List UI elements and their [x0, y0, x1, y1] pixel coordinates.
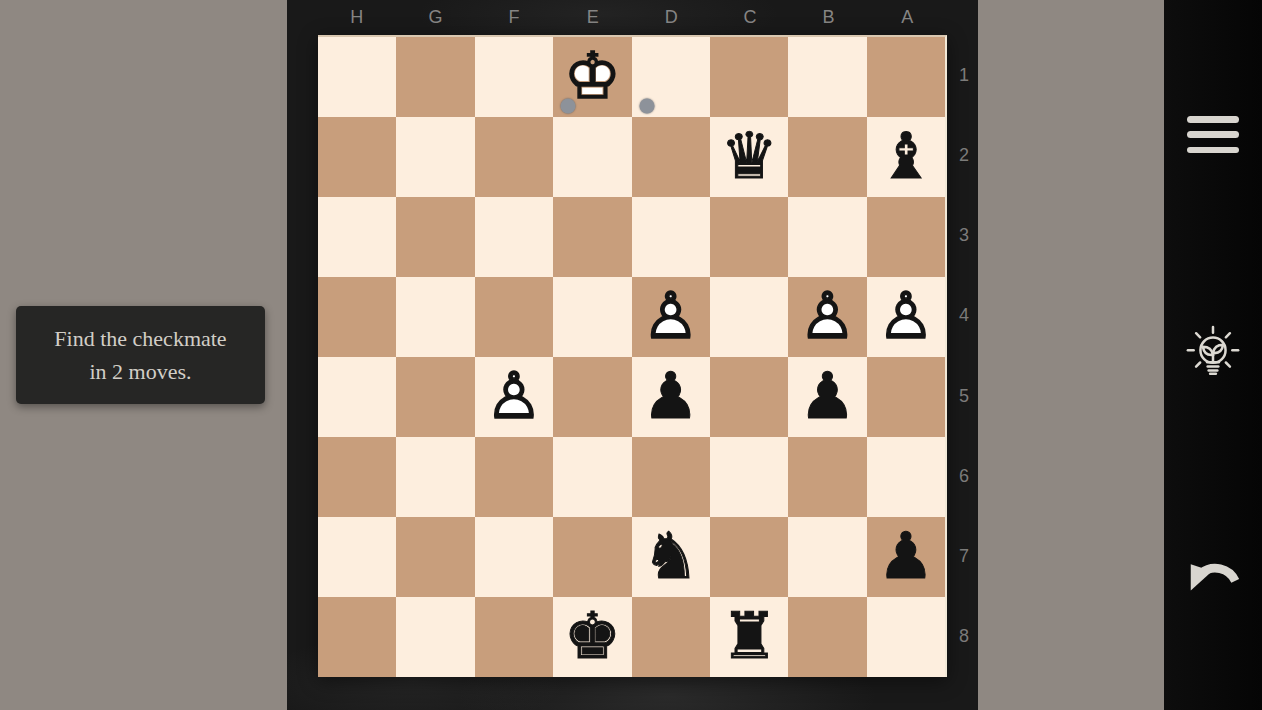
white-pawn-d4[interactable]: ♟♙ [632, 277, 710, 357]
square-f2[interactable] [475, 117, 553, 197]
white-pawn-a4[interactable]: ♟♙ [867, 277, 945, 357]
puzzle-instruction-line1: Find the checkmate [54, 322, 226, 355]
square-g5[interactable] [396, 357, 474, 437]
square-b8[interactable] [788, 597, 866, 677]
square-g1[interactable] [396, 37, 474, 117]
square-e3[interactable] [553, 197, 631, 277]
square-b2[interactable] [788, 117, 866, 197]
square-b6[interactable] [788, 437, 866, 517]
square-e2[interactable] [553, 117, 631, 197]
square-a8[interactable] [867, 597, 945, 677]
puzzle-instruction-line2: in 2 moves. [89, 355, 191, 388]
file-label-c: C [743, 7, 757, 28]
hint-lightbulb-icon[interactable] [1184, 325, 1242, 387]
square-h7[interactable] [318, 517, 396, 597]
square-h2[interactable] [318, 117, 396, 197]
square-d3[interactable] [632, 197, 710, 277]
rank-label-3: 3 [959, 225, 969, 246]
sidebar [1164, 0, 1262, 710]
square-f4[interactable] [475, 277, 553, 357]
black-pawn-d5[interactable]: ♟ [632, 357, 710, 437]
hint-dot-d1 [640, 99, 655, 114]
square-c7[interactable] [710, 517, 788, 597]
rank-label-4: 4 [959, 305, 969, 326]
square-f1[interactable] [475, 37, 553, 117]
square-f3[interactable] [475, 197, 553, 277]
square-d2[interactable] [632, 117, 710, 197]
square-h1[interactable] [318, 37, 396, 117]
menu-icon[interactable] [1187, 116, 1239, 153]
square-a1[interactable] [867, 37, 945, 117]
rank-label-7: 7 [959, 546, 969, 567]
file-labels: HGFEDCBA [318, 2, 947, 32]
black-bishop-a2[interactable]: ♝ [867, 117, 945, 197]
white-pawn-f5[interactable]: ♟♙ [475, 357, 553, 437]
rank-labels: 12345678 [950, 35, 978, 677]
square-e4[interactable] [553, 277, 631, 357]
file-label-g: G [428, 7, 443, 28]
puzzle-instruction: Find the checkmate in 2 moves. [16, 306, 265, 404]
rank-label-1: 1 [959, 65, 969, 86]
square-e5[interactable] [553, 357, 631, 437]
undo-icon[interactable] [1184, 551, 1242, 603]
square-g8[interactable] [396, 597, 474, 677]
black-pawn-b5[interactable]: ♟ [788, 357, 866, 437]
chess-board[interactable]: ♚♔♛♝♟♙♟♙♟♙♟♙♟♟♞♟♚♜ [318, 35, 947, 677]
square-e7[interactable] [553, 517, 631, 597]
rank-label-2: 2 [959, 145, 969, 166]
file-label-d: D [665, 7, 679, 28]
square-f7[interactable] [475, 517, 553, 597]
square-a3[interactable] [867, 197, 945, 277]
square-f8[interactable] [475, 597, 553, 677]
square-b7[interactable] [788, 517, 866, 597]
file-label-f: F [509, 7, 521, 28]
chalkboard-stage: HGFEDCBA 12345678 ♚♔♛♝♟♙♟♙♟♙♟♙♟♟♞♟♚♜ [287, 0, 978, 710]
square-g6[interactable] [396, 437, 474, 517]
file-label-h: H [350, 7, 364, 28]
square-c1[interactable] [710, 37, 788, 117]
square-b3[interactable] [788, 197, 866, 277]
black-king-e8[interactable]: ♚ [553, 597, 631, 677]
square-d8[interactable] [632, 597, 710, 677]
square-f6[interactable] [475, 437, 553, 517]
square-c6[interactable] [710, 437, 788, 517]
black-knight-d7[interactable]: ♞ [632, 517, 710, 597]
square-e6[interactable] [553, 437, 631, 517]
square-h8[interactable] [318, 597, 396, 677]
square-h3[interactable] [318, 197, 396, 277]
square-g4[interactable] [396, 277, 474, 357]
square-d6[interactable] [632, 437, 710, 517]
hint-dot-e1 [561, 99, 576, 114]
rank-label-5: 5 [959, 386, 969, 407]
square-c4[interactable] [710, 277, 788, 357]
square-a5[interactable] [867, 357, 945, 437]
square-c5[interactable] [710, 357, 788, 437]
square-h4[interactable] [318, 277, 396, 357]
board-wrap: HGFEDCBA 12345678 ♚♔♛♝♟♙♟♙♟♙♟♙♟♟♞♟♚♜ [318, 35, 947, 677]
square-g2[interactable] [396, 117, 474, 197]
rank-label-8: 8 [959, 626, 969, 647]
file-label-e: E [587, 7, 600, 28]
white-pawn-b4[interactable]: ♟♙ [788, 277, 866, 357]
square-c3[interactable] [710, 197, 788, 277]
black-queen-c2[interactable]: ♛ [710, 117, 788, 197]
square-g7[interactable] [396, 517, 474, 597]
square-h5[interactable] [318, 357, 396, 437]
square-a6[interactable] [867, 437, 945, 517]
square-b1[interactable] [788, 37, 866, 117]
square-g3[interactable] [396, 197, 474, 277]
square-h6[interactable] [318, 437, 396, 517]
black-rook-c8[interactable]: ♜ [710, 597, 788, 677]
file-label-a: A [901, 7, 914, 28]
file-label-b: B [823, 7, 836, 28]
black-pawn-a7[interactable]: ♟ [867, 517, 945, 597]
rank-label-6: 6 [959, 466, 969, 487]
